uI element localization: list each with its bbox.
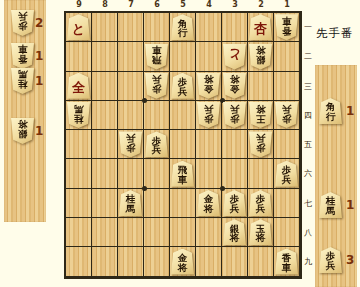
square-8f[interactable] (92, 159, 118, 188)
square-8a[interactable] (92, 13, 118, 42)
hand-piece-knight-gote[interactable]: 桂馬 (11, 68, 34, 94)
piece-kanji: 銀将 (230, 222, 240, 243)
square-7a[interactable] (118, 13, 144, 42)
file-label-1: 1 (274, 0, 300, 10)
1d-piece-pawn-gote[interactable]: 歩兵 (275, 102, 298, 128)
square-1c[interactable] (274, 72, 300, 101)
square-9g[interactable] (66, 189, 92, 218)
hand-piece-lance-gote[interactable]: 香車 (11, 43, 34, 69)
piece-kanji: 歩兵 (18, 12, 28, 33)
file-label-4: 4 (196, 0, 222, 10)
square-4e[interactable] (196, 130, 222, 159)
9c-piece-promoted-silver-sente[interactable]: 全 (67, 73, 90, 99)
piece-kanji: 歩兵 (152, 75, 162, 96)
2b-piece-silver-gote[interactable]: 銀将 (249, 44, 272, 70)
rank-label-a: 一 (304, 13, 312, 42)
piece-kanji: 銀将 (256, 46, 266, 67)
square-8h[interactable] (92, 218, 118, 247)
square-7f[interactable] (118, 159, 144, 188)
piece-kanji: と (72, 18, 85, 36)
square-8e[interactable] (92, 130, 118, 159)
2d-piece-king-gote[interactable]: 王将 (249, 102, 272, 128)
file-label-9: 9 (66, 0, 92, 10)
7g-piece-knight-sente[interactable]: 桂馬 (119, 190, 142, 216)
9d-piece-knight-gote[interactable]: 桂馬 (67, 102, 90, 128)
piece-kanji: 玉将 (256, 222, 266, 243)
3c-piece-gold-gote[interactable]: 金将 (223, 73, 246, 99)
1a-piece-lance-gote[interactable]: 香車 (275, 14, 298, 40)
1f-piece-pawn-sente[interactable]: 歩兵 (275, 161, 298, 187)
square-5b[interactable] (170, 42, 196, 71)
rank-label-f: 六 (304, 159, 312, 188)
square-5h[interactable] (170, 218, 196, 247)
piece-kanji: 金将 (204, 75, 214, 96)
piece-kanji: 角行 (178, 17, 188, 38)
square-8b[interactable] (92, 42, 118, 71)
piece-kanji: 杏 (254, 18, 267, 36)
7e-piece-pawn-gote[interactable]: 歩兵 (119, 131, 142, 157)
rank-label-d: 四 (304, 101, 312, 130)
square-6i[interactable] (144, 247, 170, 276)
square-9b[interactable] (66, 42, 92, 71)
rank-label-g: 七 (304, 189, 312, 218)
square-2c[interactable] (248, 72, 274, 101)
star-point (142, 98, 147, 103)
piece-kanji: 歩兵 (230, 105, 240, 126)
4g-piece-gold-sente[interactable]: 金将 (197, 190, 220, 216)
square-4i[interactable] (196, 247, 222, 276)
square-7d[interactable] (118, 101, 144, 130)
square-7b[interactable] (118, 42, 144, 71)
piece-kanji: と (228, 48, 241, 66)
piece-kanji: 歩兵 (326, 249, 336, 270)
4d-piece-pawn-gote[interactable]: 歩兵 (197, 102, 220, 128)
square-7i[interactable] (118, 247, 144, 276)
square-9e[interactable] (66, 130, 92, 159)
square-9h[interactable] (66, 218, 92, 247)
6c-piece-pawn-gote[interactable]: 歩兵 (145, 73, 168, 99)
square-6a[interactable] (144, 13, 170, 42)
hand-count-knight: 1 (35, 74, 43, 88)
5c-piece-pawn-sente[interactable]: 歩兵 (171, 73, 194, 99)
file-label-7: 7 (118, 0, 144, 10)
piece-kanji: 金将 (204, 192, 214, 213)
square-6g[interactable] (144, 189, 170, 218)
turn-indicator: 先手番 (316, 26, 354, 41)
file-label-8: 8 (92, 0, 118, 10)
square-4b[interactable] (196, 42, 222, 71)
3d-piece-pawn-gote[interactable]: 歩兵 (223, 102, 246, 128)
piece-kanji: 全 (72, 77, 85, 95)
piece-kanji: 歩兵 (204, 105, 214, 126)
square-3f[interactable] (222, 159, 248, 188)
piece-kanji: 歩兵 (178, 75, 188, 96)
star-point (142, 186, 147, 191)
square-6h[interactable] (144, 218, 170, 247)
piece-kanji: 角行 (326, 100, 336, 121)
2a-piece-promoted-lance-sente[interactable]: 杏 (249, 14, 272, 40)
square-5d[interactable] (170, 101, 196, 130)
square-8c[interactable] (92, 72, 118, 101)
6e-piece-pawn-sente[interactable]: 歩兵 (145, 131, 168, 157)
3g-piece-pawn-sente[interactable]: 歩兵 (223, 190, 246, 216)
6b-piece-rook-gote[interactable]: 飛車 (145, 44, 168, 70)
square-1g[interactable] (274, 189, 300, 218)
square-1e[interactable] (274, 130, 300, 159)
rank-label-c: 三 (304, 72, 312, 101)
piece-kanji: 歩兵 (282, 105, 292, 126)
file-label-6: 6 (144, 0, 170, 10)
rank-label-b: 二 (304, 42, 312, 71)
square-2i[interactable] (248, 247, 274, 276)
1i-piece-lance-sente[interactable]: 香車 (275, 249, 298, 275)
3b-piece-tokin-gote[interactable]: と (223, 44, 246, 70)
rank-labels: 一二三四五六七八九 (304, 13, 312, 277)
piece-kanji: 歩兵 (256, 192, 266, 213)
piece-kanji: 銀将 (18, 120, 28, 141)
3h-piece-silver-sente[interactable]: 銀将 (223, 219, 246, 245)
square-5e[interactable] (170, 130, 196, 159)
hand-piece-pawn-sente[interactable]: 歩兵 (319, 247, 342, 273)
hand-piece-pawn-gote[interactable]: 歩兵 (11, 10, 34, 36)
square-1b[interactable] (274, 42, 300, 71)
rank-label-e: 五 (304, 130, 312, 159)
piece-kanji: 飛車 (152, 46, 162, 67)
piece-kanji: 桂馬 (326, 194, 336, 215)
square-8g[interactable] (92, 189, 118, 218)
2e-piece-pawn-gote[interactable]: 歩兵 (249, 131, 272, 157)
piece-kanji: 香車 (282, 17, 292, 38)
square-4a[interactable] (196, 13, 222, 42)
square-8d[interactable] (92, 101, 118, 130)
square-6d[interactable] (144, 101, 170, 130)
piece-kanji: 金将 (230, 75, 240, 96)
piece-kanji: 桂馬 (74, 105, 84, 126)
piece-kanji: 歩兵 (152, 134, 162, 155)
piece-kanji: 王将 (256, 105, 266, 126)
piece-kanji: 桂馬 (18, 70, 28, 91)
5a-piece-bishop-sente[interactable]: 角行 (171, 14, 194, 40)
piece-kanji: 金将 (178, 251, 188, 272)
square-5g[interactable] (170, 189, 196, 218)
square-6f[interactable] (144, 159, 170, 188)
square-7c[interactable] (118, 72, 144, 101)
piece-kanji: 香車 (18, 45, 28, 66)
hand-piece-knight-sente[interactable]: 桂馬 (319, 192, 342, 218)
2h-piece-king-sente[interactable]: 玉将 (249, 219, 272, 245)
square-7h[interactable] (118, 218, 144, 247)
9a-piece-tokin-sente[interactable]: と (67, 14, 90, 40)
hand-count-bishop: 1 (346, 104, 354, 118)
file-label-2: 2 (248, 0, 274, 10)
hand-count-lance: 1 (35, 49, 43, 63)
square-4f[interactable] (196, 159, 222, 188)
piece-kanji: 歩兵 (126, 134, 136, 155)
2g-piece-pawn-sente[interactable]: 歩兵 (249, 190, 272, 216)
piece-kanji: 桂馬 (126, 192, 136, 213)
file-label-5: 5 (170, 0, 196, 10)
piece-kanji: 歩兵 (230, 192, 240, 213)
square-9i[interactable] (66, 247, 92, 276)
square-8i[interactable] (92, 247, 118, 276)
square-3a[interactable] (222, 13, 248, 42)
piece-kanji: 歩兵 (282, 163, 292, 184)
hand-piece-bishop-sente[interactable]: 角行 (319, 98, 342, 124)
square-3i[interactable] (222, 247, 248, 276)
hand-piece-silver-gote[interactable]: 銀将 (11, 118, 34, 144)
piece-kanji: 歩兵 (256, 134, 266, 155)
shogi-diagram: 987654321 一二三四五六七八九 先手番 と角行杏香車飛車と銀将全歩兵歩兵… (0, 0, 360, 287)
piece-kanji: 飛車 (178, 163, 188, 184)
piece-kanji: 香車 (282, 251, 292, 272)
hand-count-knight: 1 (346, 198, 354, 212)
rank-label-i: 九 (304, 247, 312, 276)
square-9f[interactable] (66, 159, 92, 188)
hand-count-silver: 1 (35, 124, 43, 138)
square-3e[interactable] (222, 130, 248, 159)
file-labels: 987654321 (66, 0, 300, 10)
square-2f[interactable] (248, 159, 274, 188)
5f-piece-rook-sente[interactable]: 飛車 (171, 161, 194, 187)
4c-piece-gold-gote[interactable]: 金将 (197, 73, 220, 99)
square-4h[interactable] (196, 218, 222, 247)
file-label-3: 3 (222, 0, 248, 10)
hand-count-pawn: 2 (35, 16, 43, 30)
square-1h[interactable] (274, 218, 300, 247)
5i-piece-gold-sente[interactable]: 金将 (171, 249, 194, 275)
hand-count-pawn: 3 (346, 253, 354, 267)
rank-label-h: 八 (304, 218, 312, 247)
